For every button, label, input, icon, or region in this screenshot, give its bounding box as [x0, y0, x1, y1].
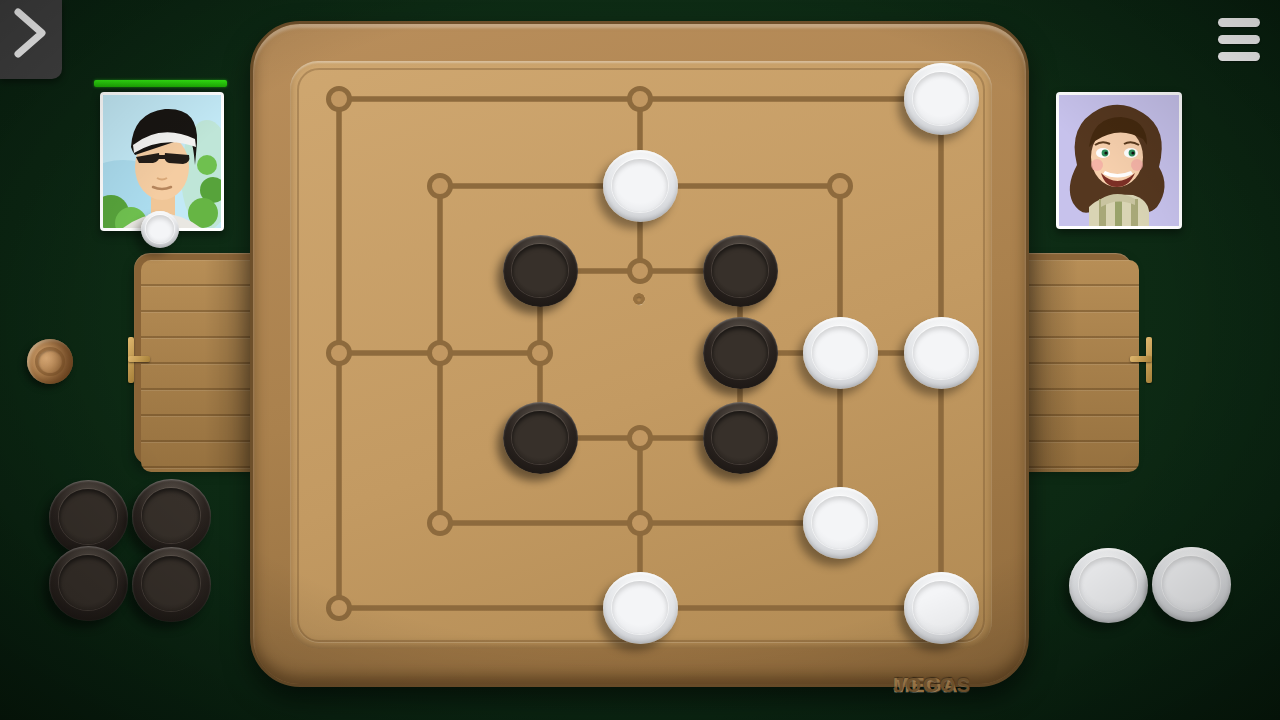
hamburger-icon [1218, 52, 1260, 61]
white-piece-g7[interactable] [904, 63, 979, 135]
ornament-tile [636, 295, 642, 301]
black-piece-e3[interactable] [703, 402, 778, 474]
logo-jogos: JOGOS [893, 674, 972, 697]
white-piece-f2[interactable] [803, 487, 878, 559]
white-piece-d1[interactable] [603, 572, 678, 644]
hamburger-icon [1218, 18, 1260, 27]
white-tray-piece-2[interactable] [1152, 547, 1231, 622]
brass-bracket-left [128, 337, 150, 383]
expand-button[interactable] [0, 0, 62, 79]
chevron-right-icon [6, 4, 56, 68]
hamburger-icon [1218, 35, 1260, 44]
brass-bracket-right [1130, 337, 1152, 383]
white-tray-piece-1[interactable] [1069, 548, 1148, 623]
black-piece-c5[interactable] [503, 235, 578, 307]
white-piece-f4[interactable] [803, 317, 878, 389]
menu-button[interactable] [1214, 12, 1264, 68]
black-tray-piece-1[interactable] [49, 480, 128, 555]
black-tray-piece-2[interactable] [132, 479, 211, 554]
left-player-timer-bar [94, 80, 227, 87]
game-stage: MEGAJOGOS ♠ ♥ ♦ ♣ [0, 0, 1280, 720]
black-piece-e5[interactable] [703, 235, 778, 307]
right-player-avatar[interactable] [1056, 92, 1182, 229]
black-tray-piece-4[interactable] [132, 547, 211, 622]
black-piece-e4[interactable] [703, 317, 778, 389]
black-tray-piece-3[interactable] [49, 546, 128, 621]
white-piece-d6[interactable] [603, 150, 678, 222]
white-piece-g4[interactable] [904, 317, 979, 389]
white-piece-g1[interactable] [904, 572, 979, 644]
wooden-coin [27, 339, 73, 384]
white-piece-badge [141, 211, 179, 248]
black-piece-c3[interactable] [503, 402, 578, 474]
